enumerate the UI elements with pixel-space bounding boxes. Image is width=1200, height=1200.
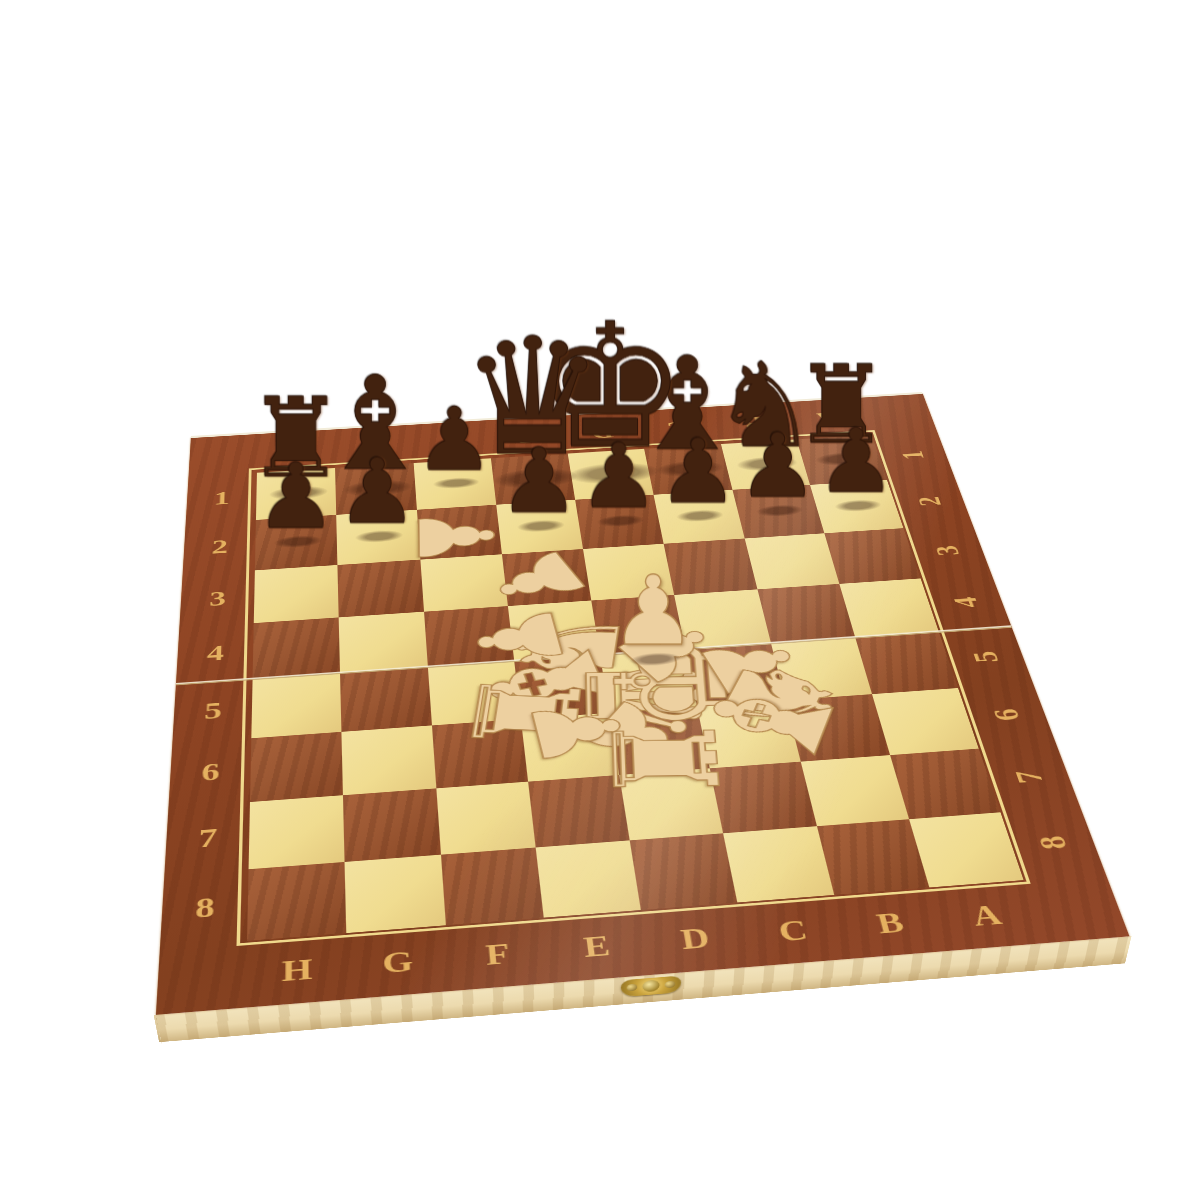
light-pawn-glyph: ♟	[511, 689, 642, 773]
pieces-layer: ♟♟♞♟♝♜♛♚♟♞♝♟♜♟♟♜♝♟♛♚♝♞♜♟♟♟♟♟♟♟♟	[156, 393, 1130, 1014]
dark-pawn-glyph: ♟	[256, 451, 337, 541]
rank-label-right-3: 3	[927, 544, 966, 556]
file-label-far-d: D	[590, 422, 615, 443]
light-rook-glyph: ♜	[448, 668, 599, 759]
dark-pawn-glyph: ♟	[738, 422, 818, 511]
file-label-far-e: E	[515, 426, 538, 447]
dark-pawn-glyph: ♟	[659, 427, 739, 516]
dark-pawn-glyph: ♟	[499, 437, 579, 527]
rank-label-left-3: 3	[209, 586, 227, 610]
file-label-far-f: F	[440, 431, 460, 452]
rank-label-left-2: 2	[211, 536, 228, 559]
chess-board: HGFEDCBAHGFEDCBA1234567812345678 ♟♟♞♟♝♜♛…	[156, 394, 1130, 1015]
light-pawn-glyph: ♟	[610, 563, 696, 659]
dark-pawn-glyph: ♟	[337, 446, 418, 536]
dark-pawn-glyph: ♟	[579, 432, 659, 521]
file-label-far-h: H	[284, 440, 308, 461]
brass-clasp-latch	[621, 976, 681, 998]
rank-label-left-1: 1	[213, 487, 230, 509]
clasp-knob	[642, 980, 660, 993]
light-pawn-glyph: ♟	[403, 506, 508, 567]
product-photo-scene: HGFEDCBAHGFEDCBA1234567812345678 ♟♟♞♟♝♜♛…	[0, 0, 1200, 1200]
dark-pawn-glyph: ♟	[816, 417, 895, 506]
file-label-far-g: G	[361, 435, 386, 456]
